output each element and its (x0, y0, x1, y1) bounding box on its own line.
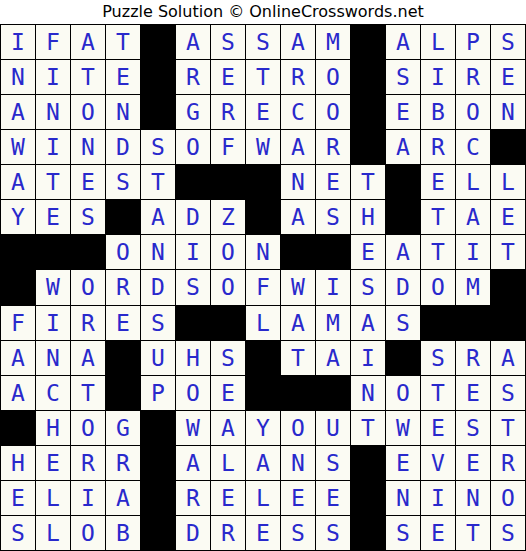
letter-cell-r12c11: T (351, 411, 385, 445)
letter-cell-r14c15: O (491, 481, 525, 515)
letter-cell-r12c8: Y (246, 411, 280, 445)
letter-cell-r15c12: S (386, 516, 420, 550)
letter-cell-r1c8: S (246, 25, 280, 59)
letter-cell-r1c12: A (386, 25, 420, 59)
letter-cell-r9c10: M (316, 306, 350, 340)
black-cell-r7c10 (316, 235, 350, 269)
letter-cell-r13c3: R (71, 446, 105, 480)
black-cell-r5c6 (176, 165, 210, 199)
letter-cell-r2c4: E (106, 60, 140, 94)
letter-cell-r8c3: O (71, 270, 105, 304)
black-cell-r8c15 (491, 270, 525, 304)
letter-cell-r14c12: N (386, 481, 420, 515)
black-cell-r2c5 (141, 60, 175, 94)
black-cell-r14c11 (351, 481, 385, 515)
letter-cell-r12c13: E (421, 411, 455, 445)
letter-cell-r4c1: W (1, 130, 35, 164)
letter-cell-r2c14: R (456, 60, 490, 94)
letter-cell-r11c5: P (141, 376, 175, 410)
black-cell-r3c11 (351, 95, 385, 129)
letter-cell-r9c12: S (386, 306, 420, 340)
letter-cell-r8c12: D (386, 270, 420, 304)
letter-cell-r9c9: A (281, 306, 315, 340)
letter-cell-r15c3: O (71, 516, 105, 550)
letter-cell-r3c1: A (1, 95, 35, 129)
letter-cell-r6c14: A (456, 200, 490, 234)
letter-cell-r12c6: W (176, 411, 210, 445)
letter-cell-r10c3: A (71, 341, 105, 375)
letter-cell-r13c1: H (1, 446, 35, 480)
black-cell-r6c8 (246, 200, 280, 234)
letter-cell-r15c14: T (456, 516, 490, 550)
letter-cell-r11c7: E (211, 376, 245, 410)
letter-cell-r6c11: H (351, 200, 385, 234)
letter-cell-r8c6: S (176, 270, 210, 304)
black-cell-r5c8 (246, 165, 280, 199)
letter-cell-r9c3: R (71, 306, 105, 340)
letter-cell-r14c9: E (281, 481, 315, 515)
letter-cell-r6c9: A (281, 200, 315, 234)
letter-cell-r10c2: N (36, 341, 70, 375)
letter-cell-r10c15: A (491, 341, 525, 375)
letter-cell-r13c2: E (36, 446, 70, 480)
letter-cell-r7c7: O (211, 235, 245, 269)
letter-cell-r13c15: R (491, 446, 525, 480)
black-cell-r6c12 (386, 200, 420, 234)
letter-cell-r2c8: T (246, 60, 280, 94)
letter-cell-r8c14: M (456, 270, 490, 304)
letter-cell-r10c13: S (421, 341, 455, 375)
black-cell-r7c3 (71, 235, 105, 269)
letter-cell-r5c5: T (141, 165, 175, 199)
black-cell-r13c5 (141, 446, 175, 480)
black-cell-r12c1 (1, 411, 35, 445)
letter-cell-r9c1: F (1, 306, 35, 340)
letter-cell-r2c15: E (491, 60, 525, 94)
letter-cell-r13c14: E (456, 446, 490, 480)
black-cell-r9c6 (176, 306, 210, 340)
letter-cell-r4c2: I (36, 130, 70, 164)
letter-cell-r1c2: F (36, 25, 70, 59)
letter-cell-r10c11: I (351, 341, 385, 375)
black-cell-r10c4 (106, 341, 140, 375)
black-cell-r11c8 (246, 376, 280, 410)
letter-cell-r2c13: I (421, 60, 455, 94)
black-cell-r7c2 (36, 235, 70, 269)
letter-cell-r8c9: W (281, 270, 315, 304)
letter-cell-r7c4: O (106, 235, 140, 269)
black-cell-r9c15 (491, 306, 525, 340)
black-cell-r12c5 (141, 411, 175, 445)
black-cell-r15c5 (141, 516, 175, 550)
letter-cell-r1c10: M (316, 25, 350, 59)
letter-cell-r14c2: L (36, 481, 70, 515)
letter-cell-r15c13: E (421, 516, 455, 550)
letter-cell-r13c9: N (281, 446, 315, 480)
letter-cell-r10c6: H (176, 341, 210, 375)
letter-cell-r8c8: F (246, 270, 280, 304)
letter-cell-r10c1: A (1, 341, 35, 375)
letter-cell-r15c6: D (176, 516, 210, 550)
letter-cell-r15c8: E (246, 516, 280, 550)
letter-cell-r6c2: E (36, 200, 70, 234)
letter-cell-r5c14: L (456, 165, 490, 199)
black-cell-r4c15 (491, 130, 525, 164)
letter-cell-r15c4: B (106, 516, 140, 550)
black-cell-r5c12 (386, 165, 420, 199)
letter-cell-r13c10: S (316, 446, 350, 480)
black-cell-r6c4 (106, 200, 140, 234)
letter-cell-r4c9: A (281, 130, 315, 164)
black-cell-r4c11 (351, 130, 385, 164)
letter-cell-r3c10: O (316, 95, 350, 129)
black-cell-r5c7 (211, 165, 245, 199)
letter-cell-r13c13: V (421, 446, 455, 480)
letter-cell-r12c12: W (386, 411, 420, 445)
letter-cell-r8c11: S (351, 270, 385, 304)
letter-cell-r6c13: T (421, 200, 455, 234)
letter-cell-r15c9: S (281, 516, 315, 550)
letter-cell-r10c10: A (316, 341, 350, 375)
letter-cell-r15c7: R (211, 516, 245, 550)
letter-cell-r1c1: I (1, 25, 35, 59)
letter-cell-r2c12: S (386, 60, 420, 94)
letter-cell-r6c3: S (71, 200, 105, 234)
letter-cell-r12c9: O (281, 411, 315, 445)
letter-cell-r4c8: W (246, 130, 280, 164)
letter-cell-r1c13: L (421, 25, 455, 59)
letter-cell-r9c4: E (106, 306, 140, 340)
letter-cell-r12c3: O (71, 411, 105, 445)
letter-cell-r13c4: R (106, 446, 140, 480)
letter-cell-r12c14: S (456, 411, 490, 445)
letter-cell-r14c13: I (421, 481, 455, 515)
letter-cell-r11c1: A (1, 376, 35, 410)
letter-cell-r2c3: T (71, 60, 105, 94)
black-cell-r10c12 (386, 341, 420, 375)
black-cell-r3c5 (141, 95, 175, 129)
letter-cell-r5c13: E (421, 165, 455, 199)
letter-cell-r11c11: N (351, 376, 385, 410)
letter-cell-r8c5: D (141, 270, 175, 304)
letter-cell-r9c5: S (141, 306, 175, 340)
black-cell-r15c11 (351, 516, 385, 550)
letter-cell-r8c7: O (211, 270, 245, 304)
letter-cell-r3c4: N (106, 95, 140, 129)
letter-cell-r5c2: T (36, 165, 70, 199)
letter-cell-r9c2: I (36, 306, 70, 340)
letter-cell-r8c13: O (421, 270, 455, 304)
letter-cell-r4c3: N (71, 130, 105, 164)
letter-cell-r7c6: I (176, 235, 210, 269)
letter-cell-r4c4: D (106, 130, 140, 164)
letter-cell-r13c7: L (211, 446, 245, 480)
black-cell-r11c10 (316, 376, 350, 410)
black-cell-r13c11 (351, 446, 385, 480)
letter-cell-r6c10: S (316, 200, 350, 234)
letter-cell-r3c12: E (386, 95, 420, 129)
letter-cell-r8c2: W (36, 270, 70, 304)
letter-cell-r7c8: N (246, 235, 280, 269)
black-cell-r9c14 (456, 306, 490, 340)
letter-cell-r14c8: L (246, 481, 280, 515)
letter-cell-r15c15: S (491, 516, 525, 550)
letter-cell-r5c3: E (71, 165, 105, 199)
letter-cell-r10c9: T (281, 341, 315, 375)
letter-cell-r1c7: S (211, 25, 245, 59)
black-cell-r9c13 (421, 306, 455, 340)
letter-cell-r11c14: E (456, 376, 490, 410)
letter-cell-r10c5: U (141, 341, 175, 375)
letter-cell-r5c1: A (1, 165, 35, 199)
black-cell-r14c5 (141, 481, 175, 515)
letter-cell-r12c2: H (36, 411, 70, 445)
black-cell-r9c7 (211, 306, 245, 340)
letter-cell-r7c5: N (141, 235, 175, 269)
letter-cell-r14c14: N (456, 481, 490, 515)
letter-cell-r14c1: E (1, 481, 35, 515)
letter-cell-r12c10: U (316, 411, 350, 445)
letter-cell-r13c6: A (176, 446, 210, 480)
letter-cell-r4c7: F (211, 130, 245, 164)
letter-cell-r5c11: T (351, 165, 385, 199)
letter-cell-r15c10: S (316, 516, 350, 550)
letter-cell-r11c13: T (421, 376, 455, 410)
letter-cell-r14c6: R (176, 481, 210, 515)
letter-cell-r6c7: Z (211, 200, 245, 234)
letter-cell-r14c7: E (211, 481, 245, 515)
letter-cell-r8c10: I (316, 270, 350, 304)
letter-cell-r8c4: R (106, 270, 140, 304)
letter-cell-r3c9: C (281, 95, 315, 129)
letter-cell-r5c10: E (316, 165, 350, 199)
letter-cell-r11c12: O (386, 376, 420, 410)
letter-cell-r5c9: N (281, 165, 315, 199)
letter-cell-r1c6: A (176, 25, 210, 59)
letter-cell-r2c10: O (316, 60, 350, 94)
letter-cell-r4c10: R (316, 130, 350, 164)
black-cell-r8c1 (1, 270, 35, 304)
black-cell-r2c11 (351, 60, 385, 94)
letter-cell-r3c3: O (71, 95, 105, 129)
letter-cell-r11c15: S (491, 376, 525, 410)
letter-cell-r12c7: A (211, 411, 245, 445)
letter-cell-r4c14: C (456, 130, 490, 164)
puzzle-solution-page: Puzzle Solution © OnlineCrosswords.net I… (0, 0, 526, 551)
letter-cell-r11c6: O (176, 376, 210, 410)
letter-cell-r11c3: T (71, 376, 105, 410)
letter-cell-r13c8: A (246, 446, 280, 480)
letter-cell-r12c15: T (491, 411, 525, 445)
crossword-board: IFATASSAMALPSNITERETROSIREANONGRECOEBONW… (0, 24, 526, 551)
letter-cell-r13c12: E (386, 446, 420, 480)
letter-cell-r3c13: B (421, 95, 455, 129)
letter-cell-r9c11: A (351, 306, 385, 340)
letter-cell-r15c2: L (36, 516, 70, 550)
black-cell-r1c5 (141, 25, 175, 59)
letter-cell-r7c14: I (456, 235, 490, 269)
letter-cell-r3c15: N (491, 95, 525, 129)
letter-cell-r6c6: D (176, 200, 210, 234)
letter-cell-r1c3: A (71, 25, 105, 59)
letter-cell-r6c1: Y (1, 200, 35, 234)
black-cell-r1c11 (351, 25, 385, 59)
black-cell-r11c9 (281, 376, 315, 410)
letter-cell-r6c15: E (491, 200, 525, 234)
letter-cell-r2c7: E (211, 60, 245, 94)
letter-cell-r15c1: S (1, 516, 35, 550)
letter-cell-r7c12: A (386, 235, 420, 269)
page-title: Puzzle Solution © OnlineCrosswords.net (0, 0, 526, 24)
letter-cell-r2c6: R (176, 60, 210, 94)
letter-cell-r1c4: T (106, 25, 140, 59)
letter-cell-r14c3: I (71, 481, 105, 515)
letter-cell-r4c5: S (141, 130, 175, 164)
letter-cell-r12c4: G (106, 411, 140, 445)
letter-cell-r14c10: E (316, 481, 350, 515)
letter-cell-r2c2: I (36, 60, 70, 94)
letter-cell-r10c14: R (456, 341, 490, 375)
letter-cell-r4c12: A (386, 130, 420, 164)
letter-cell-r14c4: A (106, 481, 140, 515)
black-cell-r7c9 (281, 235, 315, 269)
letter-cell-r1c9: A (281, 25, 315, 59)
letter-cell-r5c4: S (106, 165, 140, 199)
letter-cell-r2c1: N (1, 60, 35, 94)
letter-cell-r1c15: S (491, 25, 525, 59)
letter-cell-r5c15: L (491, 165, 525, 199)
letter-cell-r1c14: P (456, 25, 490, 59)
letter-cell-r7c11: E (351, 235, 385, 269)
letter-cell-r7c13: T (421, 235, 455, 269)
letter-cell-r3c8: E (246, 95, 280, 129)
letter-cell-r3c14: O (456, 95, 490, 129)
black-cell-r10c8 (246, 341, 280, 375)
letter-cell-r10c7: S (211, 341, 245, 375)
letter-cell-r3c7: R (211, 95, 245, 129)
letter-cell-r6c5: A (141, 200, 175, 234)
black-cell-r7c1 (1, 235, 35, 269)
black-cell-r11c4 (106, 376, 140, 410)
letter-cell-r3c2: N (36, 95, 70, 129)
letter-cell-r7c15: T (491, 235, 525, 269)
letter-cell-r3c6: G (176, 95, 210, 129)
letter-cell-r11c2: C (36, 376, 70, 410)
letter-cell-r4c6: O (176, 130, 210, 164)
letter-cell-r4c13: R (421, 130, 455, 164)
letter-cell-r9c8: L (246, 306, 280, 340)
letter-cell-r2c9: R (281, 60, 315, 94)
